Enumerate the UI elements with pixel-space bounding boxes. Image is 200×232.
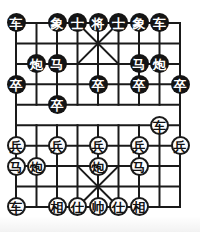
piece-red-soldier[interactable]: 兵 <box>130 136 149 155</box>
piece-black-advisor[interactable]: 士 <box>109 13 128 32</box>
piece-glyph: 车 <box>153 17 166 30</box>
piece-black-chariot[interactable]: 车 <box>150 13 169 32</box>
piece-black-elephant[interactable]: 象 <box>130 13 149 32</box>
xiangqi-diagram: 车象士将士象车炮马马炮卒卒卒卒卒车兵兵兵兵兵马炮炮马车相仕帅仕相 <box>0 0 200 232</box>
piece-glyph: 兵 <box>133 140 146 153</box>
piece-red-cannon[interactable]: 炮 <box>27 157 46 176</box>
piece-black-soldier[interactable]: 卒 <box>130 75 149 94</box>
piece-glyph: 卒 <box>10 78 23 91</box>
piece-glyph: 马 <box>133 58 146 71</box>
piece-glyph: 兵 <box>174 140 187 153</box>
piece-glyph: 兵 <box>10 140 23 153</box>
piece-black-soldier[interactable]: 卒 <box>171 75 190 94</box>
piece-glyph: 帅 <box>92 201 105 214</box>
piece-glyph: 卒 <box>133 78 146 91</box>
piece-glyph: 兵 <box>51 140 64 153</box>
piece-black-general[interactable]: 将 <box>89 13 108 32</box>
piece-black-chariot[interactable]: 车 <box>7 13 26 32</box>
piece-red-cannon[interactable]: 炮 <box>89 157 108 176</box>
piece-black-soldier[interactable]: 卒 <box>7 75 26 94</box>
piece-glyph: 炮 <box>30 58 43 71</box>
piece-red-elephant[interactable]: 相 <box>130 197 149 216</box>
piece-red-horse[interactable]: 马 <box>7 157 26 176</box>
piece-red-soldier[interactable]: 兵 <box>89 136 108 155</box>
piece-glyph: 车 <box>10 17 23 30</box>
piece-glyph: 象 <box>133 17 146 30</box>
piece-glyph: 象 <box>51 17 64 30</box>
piece-red-horse[interactable]: 马 <box>130 157 149 176</box>
piece-black-horse[interactable]: 马 <box>130 54 149 73</box>
piece-glyph: 马 <box>133 160 146 173</box>
piece-glyph: 仕 <box>71 201 84 214</box>
piece-red-chariot[interactable]: 车 <box>7 197 26 216</box>
piece-red-soldier[interactable]: 兵 <box>48 136 67 155</box>
piece-glyph: 马 <box>10 160 23 173</box>
piece-red-advisor[interactable]: 仕 <box>109 197 128 216</box>
piece-glyph: 相 <box>51 201 64 214</box>
piece-glyph: 将 <box>92 17 105 30</box>
piece-glyph: 车 <box>153 119 166 132</box>
piece-glyph: 士 <box>71 17 84 30</box>
piece-glyph: 卒 <box>51 99 64 112</box>
piece-red-advisor[interactable]: 仕 <box>68 197 87 216</box>
piece-glyph: 士 <box>112 17 125 30</box>
piece-glyph: 兵 <box>92 140 105 153</box>
piece-red-general[interactable]: 帅 <box>89 197 108 216</box>
piece-black-horse[interactable]: 马 <box>48 54 67 73</box>
piece-red-soldier[interactable]: 兵 <box>7 136 26 155</box>
piece-red-elephant[interactable]: 相 <box>48 197 67 216</box>
piece-black-soldier[interactable]: 卒 <box>48 95 67 114</box>
piece-red-chariot[interactable]: 车 <box>150 116 169 135</box>
piece-glyph: 马 <box>51 58 64 71</box>
piece-glyph: 卒 <box>174 78 187 91</box>
piece-glyph: 仕 <box>112 201 125 214</box>
piece-glyph: 卒 <box>92 78 105 91</box>
piece-glyph: 炮 <box>153 58 166 71</box>
piece-glyph: 炮 <box>92 160 105 173</box>
piece-black-cannon[interactable]: 炮 <box>27 54 46 73</box>
piece-black-elephant[interactable]: 象 <box>48 13 67 32</box>
piece-black-soldier[interactable]: 卒 <box>89 75 108 94</box>
piece-black-cannon[interactable]: 炮 <box>150 54 169 73</box>
piece-glyph: 炮 <box>30 160 43 173</box>
piece-glyph: 车 <box>10 201 23 214</box>
piece-glyph: 相 <box>133 201 146 214</box>
xiangqi-board: 车象士将士象车炮马马炮卒卒卒卒卒车兵兵兵兵兵马炮炮马车相仕帅仕相 <box>6 13 191 217</box>
piece-red-soldier[interactable]: 兵 <box>171 136 190 155</box>
piece-black-advisor[interactable]: 士 <box>68 13 87 32</box>
